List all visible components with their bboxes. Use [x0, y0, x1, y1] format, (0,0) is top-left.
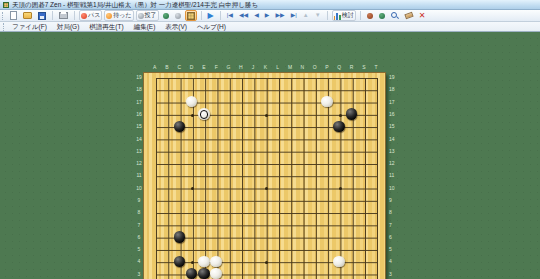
col-label-top: O — [311, 64, 319, 70]
goto-end-icon: ▶| — [291, 11, 297, 20]
row-label-left: 15 — [134, 123, 144, 129]
col-label-top: T — [372, 64, 380, 70]
zoom-tool-button[interactable] — [389, 10, 401, 21]
stone-black — [198, 268, 209, 279]
stone-white — [321, 96, 332, 107]
undo-icon — [106, 13, 112, 19]
stone-white — [186, 96, 197, 107]
col-label-top: C — [175, 64, 183, 70]
menu-edit[interactable]: 編集(E) — [129, 22, 161, 31]
erase-tool-button[interactable] — [403, 10, 415, 21]
stone-white — [198, 108, 209, 119]
branch-up-icon: ▲ — [303, 11, 309, 20]
stone-black — [346, 108, 357, 119]
stone-black — [174, 256, 185, 267]
toolbar: パス 待った 投了 ▶ |◀ ◀◀ ◀ ▶ ▶▶ ▶| ▲ ▼ 検討 ✕ — [0, 10, 540, 22]
row-label-right: 14 — [386, 136, 399, 142]
forward-ten-icon: ▶▶ — [275, 11, 284, 20]
stone-black — [174, 231, 185, 242]
last-move-marker — [200, 110, 208, 118]
col-label-top: K — [261, 64, 269, 70]
goto-start-button[interactable]: |◀ — [225, 10, 235, 21]
review-button[interactable]: 検討 — [332, 10, 356, 21]
row-label-right: 13 — [386, 148, 399, 154]
row-label-left: 14 — [134, 136, 144, 142]
new-game-button[interactable] — [8, 10, 19, 21]
resign-label: 投了 — [145, 11, 157, 20]
col-label-top: E — [200, 64, 208, 70]
stone-white — [333, 256, 344, 267]
row-label-left: 12 — [134, 160, 144, 166]
row-label-right: 7 — [386, 222, 399, 228]
col-label-top: N — [298, 64, 306, 70]
board-mode-toggle[interactable] — [185, 10, 197, 21]
row-label-left: 3 — [134, 271, 144, 277]
row-label-right: 4 — [386, 258, 399, 264]
row-label-left: 7 — [134, 222, 144, 228]
row-label-left: 9 — [134, 197, 144, 203]
toolbar-separator — [52, 11, 53, 20]
col-label-top: R — [348, 64, 356, 70]
branch-down-icon: ▼ — [315, 11, 321, 20]
forward-one-icon: ▶ — [265, 11, 270, 20]
goto-start-icon: |◀ — [227, 11, 233, 20]
printer-icon — [59, 12, 68, 19]
col-label-top: H — [237, 64, 245, 70]
col-label-top: G — [225, 64, 233, 70]
stone-white — [210, 256, 221, 267]
toolbar-separator — [74, 11, 75, 20]
col-label-top: F — [212, 64, 220, 70]
undo-button[interactable]: 待った — [104, 10, 133, 21]
row-label-right: 3 — [386, 271, 399, 277]
back-ten-icon: ◀◀ — [239, 11, 248, 20]
titlebar[interactable]: 天頂の囲碁7 Zen - 棋聖戦第1局/井山裕太（黒）対 一力遼棋聖/214手完… — [0, 0, 540, 10]
row-label-right: 6 — [386, 234, 399, 240]
print-button[interactable] — [57, 10, 70, 21]
col-label-top: A — [151, 64, 159, 70]
branch-down-button[interactable]: ▼ — [313, 10, 323, 21]
row-label-left: 5 — [134, 246, 144, 252]
stone-black — [174, 121, 185, 132]
toolbar-gripper — [2, 12, 5, 20]
col-label-top: Q — [335, 64, 343, 70]
goban[interactable] — [149, 71, 383, 279]
analyze-button[interactable] — [173, 10, 183, 21]
menu-view[interactable]: 表示(V) — [160, 22, 192, 31]
pass-label: パス — [88, 11, 100, 20]
col-label-top: B — [163, 64, 171, 70]
marker-tool-button[interactable] — [365, 10, 375, 21]
hint-icon — [163, 13, 169, 19]
col-label-top: M — [286, 64, 294, 70]
close-icon: ✕ — [419, 11, 426, 20]
row-label-left: 16 — [134, 111, 144, 117]
row-label-left: 11 — [134, 172, 144, 178]
row-label-right: 17 — [386, 99, 399, 105]
row-label-right: 11 — [386, 172, 399, 178]
menu-file[interactable]: ファイル(F) — [7, 22, 52, 31]
row-label-right: 9 — [386, 197, 399, 203]
col-label-top: S — [360, 64, 368, 70]
row-label-left: 10 — [134, 185, 144, 191]
back-ten-button[interactable]: ◀◀ — [237, 10, 250, 21]
col-label-top: D — [188, 64, 196, 70]
row-label-left: 6 — [134, 234, 144, 240]
stone-tool-button[interactable] — [377, 10, 387, 21]
row-label-left: 13 — [134, 148, 144, 154]
stone-black — [186, 268, 197, 279]
back-one-button[interactable]: ◀ — [252, 10, 261, 21]
analyze-icon — [175, 13, 181, 19]
row-label-right: 18 — [386, 86, 399, 92]
row-label-left: 19 — [134, 74, 144, 80]
toolbar-separator — [360, 11, 361, 20]
resign-button[interactable]: 投了 — [136, 10, 159, 21]
toolbar-separator — [327, 11, 328, 20]
back-one-icon: ◀ — [254, 11, 259, 20]
new-file-icon — [10, 11, 17, 20]
pass-icon — [81, 13, 87, 19]
magnifier-icon — [391, 12, 399, 20]
row-label-right: 15 — [386, 123, 399, 129]
row-label-right: 12 — [386, 160, 399, 166]
row-label-right: 8 — [386, 209, 399, 215]
app-icon — [3, 2, 9, 8]
undo-label: 待った — [113, 11, 131, 20]
forward-one-button[interactable]: ▶ — [263, 10, 272, 21]
review-label: 検討 — [342, 11, 354, 20]
main-area: AABBCCDDEEFFGGHHJJKKLLMMNNOOPPQQRRSSTT19… — [0, 32, 540, 279]
goto-end-button[interactable]: ▶| — [289, 10, 299, 21]
stone-black — [333, 121, 344, 132]
open-button[interactable] — [21, 10, 34, 21]
menubar: ファイル(F) 対局(G) 棋譜再生(T) 編集(E) 表示(V) ヘルプ(H) — [0, 22, 540, 32]
goban-icon — [187, 12, 195, 20]
goban-area: AABBCCDDEEFFGGHHJJKKLLMMNNOOPPQQRRSSTT19… — [136, 63, 406, 279]
col-label-top: J — [249, 64, 257, 70]
hint-button[interactable] — [161, 10, 171, 21]
resign-icon — [138, 13, 144, 19]
menubar-gripper — [3, 23, 6, 31]
app-window: { "window": { "title": "天頂の囲碁7 Zen - 棋聖戦… — [0, 0, 540, 279]
save-icon — [38, 12, 46, 20]
chart-icon — [334, 12, 341, 20]
eraser-icon — [404, 12, 413, 19]
row-label-right: 5 — [386, 246, 399, 252]
row-label-right: 19 — [386, 74, 399, 80]
menu-help[interactable]: ヘルプ(H) — [192, 22, 231, 31]
toolbar-separator — [201, 11, 202, 20]
marker-icon — [367, 13, 373, 19]
stone-tool-icon — [379, 13, 385, 19]
row-label-left: 8 — [134, 209, 144, 215]
pass-button[interactable]: パス — [79, 10, 102, 21]
autoplay-button[interactable]: ▶ — [206, 10, 216, 21]
stone-white — [198, 256, 209, 267]
menu-replay[interactable]: 棋譜再生(T) — [84, 22, 128, 31]
row-label-right: 16 — [386, 111, 399, 117]
play-icon: ▶ — [208, 11, 214, 20]
forward-ten-button[interactable]: ▶▶ — [273, 10, 286, 21]
menu-game[interactable]: 対局(G) — [52, 22, 84, 31]
window-title: 天頂の囲碁7 Zen - 棋聖戦第1局/井山裕太（黒）対 一力遼棋聖/214手完… — [12, 0, 258, 9]
row-label-right: 10 — [386, 185, 399, 191]
branch-up-button[interactable]: ▲ — [301, 10, 311, 21]
row-label-left: 17 — [134, 99, 144, 105]
exit-button[interactable]: ✕ — [417, 10, 428, 21]
stone-white — [210, 268, 221, 279]
col-label-top: P — [323, 64, 331, 70]
row-label-left: 18 — [134, 86, 144, 92]
col-label-top: L — [274, 64, 282, 70]
save-button[interactable] — [36, 10, 48, 21]
toolbar-separator — [220, 11, 221, 20]
open-folder-icon — [23, 12, 32, 19]
row-label-left: 4 — [134, 258, 144, 264]
